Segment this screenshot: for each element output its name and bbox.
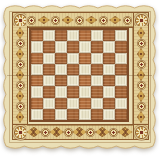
square-a6[interactable] [31,53,43,64]
square-d4[interactable] [67,75,79,86]
square-g7[interactable] [103,41,115,52]
square-b2[interactable] [43,98,55,109]
square-h2[interactable] [115,98,127,109]
square-g5[interactable] [103,64,115,75]
square-g4[interactable] [103,75,115,86]
square-f7[interactable] [91,41,103,52]
square-e3[interactable] [79,86,91,97]
square-e2[interactable] [79,98,91,109]
square-b4[interactable] [43,75,55,86]
square-g1[interactable] [103,109,115,120]
square-a5[interactable] [31,64,43,75]
square-h1[interactable] [115,109,127,120]
square-d1[interactable] [67,109,79,120]
square-a4[interactable] [31,75,43,86]
square-c5[interactable] [55,64,67,75]
square-f4[interactable] [91,75,103,86]
square-c8[interactable] [55,30,67,41]
square-b1[interactable] [43,109,55,120]
square-h7[interactable] [115,41,127,52]
square-a3[interactable] [31,86,43,97]
square-f3[interactable] [91,86,103,97]
square-e7[interactable] [79,41,91,52]
fold-seam [7,75,152,76]
square-a8[interactable] [31,30,43,41]
square-c2[interactable] [55,98,67,109]
square-b5[interactable] [43,64,55,75]
square-d7[interactable] [67,41,79,52]
square-e1[interactable] [79,109,91,120]
square-d3[interactable] [67,86,79,97]
square-g2[interactable] [103,98,115,109]
square-h6[interactable] [115,53,127,64]
square-c6[interactable] [55,53,67,64]
square-c4[interactable] [55,75,67,86]
square-a7[interactable] [31,41,43,52]
square-f8[interactable] [91,30,103,41]
square-d8[interactable] [67,30,79,41]
square-g6[interactable] [103,53,115,64]
square-h8[interactable] [115,30,127,41]
square-g3[interactable] [103,86,115,97]
square-e8[interactable] [79,30,91,41]
square-b6[interactable] [43,53,55,64]
square-c3[interactable] [55,86,67,97]
square-e4[interactable] [79,75,91,86]
square-f2[interactable] [91,98,103,109]
square-e5[interactable] [79,64,91,75]
square-d6[interactable] [67,53,79,64]
square-c7[interactable] [55,41,67,52]
square-f1[interactable] [91,109,103,120]
square-h5[interactable] [115,64,127,75]
square-f5[interactable] [91,64,103,75]
square-c1[interactable] [55,109,67,120]
square-h3[interactable] [115,86,127,97]
square-f6[interactable] [91,53,103,64]
square-b7[interactable] [43,41,55,52]
square-a1[interactable] [31,109,43,120]
square-b8[interactable] [43,30,55,41]
square-d2[interactable] [67,98,79,109]
square-e6[interactable] [79,53,91,64]
square-a2[interactable] [31,98,43,109]
square-h4[interactable] [115,75,127,86]
chessboard-photo [0,0,159,159]
square-d5[interactable] [67,64,79,75]
square-g8[interactable] [103,30,115,41]
square-b3[interactable] [43,86,55,97]
